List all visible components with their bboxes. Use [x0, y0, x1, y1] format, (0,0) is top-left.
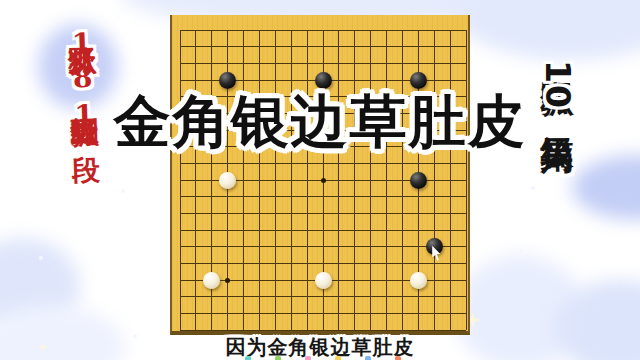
- grid-line: [354, 30, 355, 330]
- stone-white-C4: [203, 272, 220, 289]
- confetti-fragment: [245, 356, 251, 360]
- confetti-fragment: [305, 356, 311, 360]
- speck: [121, 189, 125, 193]
- grid-line: [402, 30, 403, 330]
- grid-line: [450, 30, 451, 330]
- speck: [519, 249, 523, 253]
- main-title: 金角银边草肚皮: [0, 84, 640, 161]
- stone-white-D10: [219, 172, 236, 189]
- subtitle-caption: 因为金角银边草肚皮: [0, 334, 640, 360]
- grid-line: [180, 263, 466, 264]
- cloud: [572, 155, 640, 220]
- star-point: [225, 278, 230, 283]
- speck: [39, 256, 43, 260]
- stone-black-Q10: [410, 172, 427, 189]
- grid-line: [466, 30, 467, 330]
- confetti-fragment: [365, 356, 371, 360]
- grid-line: [180, 230, 466, 231]
- speck: [531, 186, 535, 190]
- cloud: [455, 0, 640, 60]
- grid-line: [434, 30, 435, 330]
- stone-white-Q4: [410, 272, 427, 289]
- grid-line: [370, 30, 371, 330]
- stone-white-K4: [315, 272, 332, 289]
- star-point: [321, 178, 326, 183]
- grid-line: [386, 30, 387, 330]
- page-background: 从野狐18级到野狐1段 野狐10级第二局 金角银边草肚皮 因为金角银边草肚皮: [0, 0, 640, 360]
- grid-line: [180, 296, 466, 297]
- grid-line: [180, 246, 466, 247]
- grid-line: [180, 213, 466, 214]
- grid-line: [180, 330, 466, 331]
- confetti-fragment: [275, 356, 281, 360]
- confetti-fragment: [395, 356, 401, 360]
- grid-line: [180, 313, 466, 314]
- confetti-fragment: [335, 356, 341, 360]
- grid-line: [338, 30, 339, 330]
- go-board[interactable]: [170, 15, 470, 335]
- grid-line: [180, 196, 466, 197]
